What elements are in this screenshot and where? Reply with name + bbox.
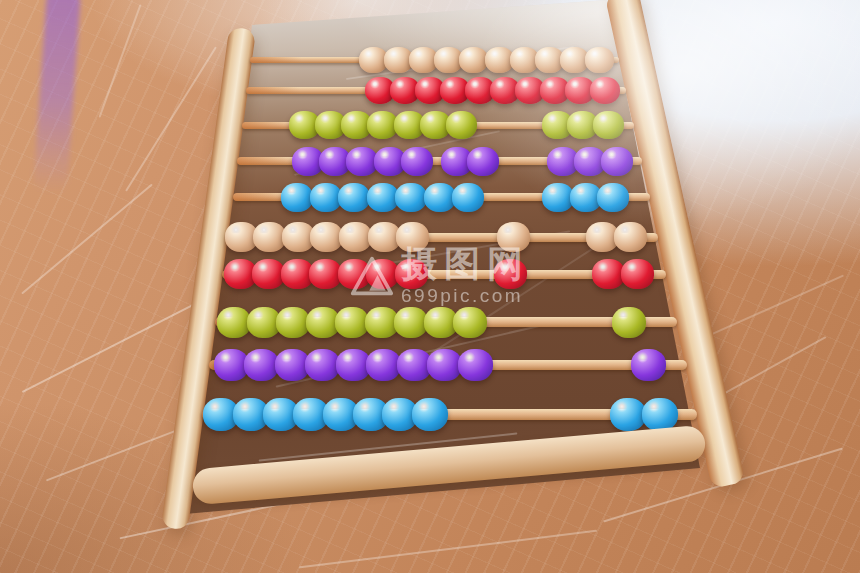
- bead-green: [453, 307, 487, 338]
- bead-purple: [244, 349, 279, 381]
- bead-green: [612, 307, 646, 338]
- bead-green: [217, 307, 251, 338]
- bead-blue: [610, 398, 646, 431]
- bead-blue: [395, 183, 427, 212]
- bead-blue: [338, 183, 370, 212]
- abacus-photo-scene: 摄图网 699pic.com: [0, 0, 860, 573]
- bead-purple: [458, 349, 493, 381]
- bead-blue: [597, 183, 629, 212]
- bead-red: [590, 77, 620, 104]
- bead-red: [395, 259, 428, 289]
- bead-tan: [614, 222, 647, 252]
- bead-blue: [412, 398, 448, 431]
- bead-green: [394, 307, 428, 338]
- bead-purple: [467, 147, 499, 176]
- bead-blue: [452, 183, 484, 212]
- bead-blue: [642, 398, 678, 431]
- bead-green: [335, 307, 369, 338]
- bead-purple: [427, 349, 462, 381]
- bead-red: [494, 259, 527, 289]
- bead-red: [621, 259, 654, 289]
- bead-purple: [305, 349, 340, 381]
- bead-purple: [401, 147, 433, 176]
- bead-blue: [281, 183, 313, 212]
- bead-purple: [366, 349, 401, 381]
- bead-green: [593, 111, 624, 139]
- bead-tan: [585, 47, 614, 73]
- bead-purple: [631, 349, 666, 381]
- bead-green: [446, 111, 477, 139]
- bead-tan: [396, 222, 429, 252]
- bead-tan: [459, 47, 488, 73]
- bead-green: [276, 307, 310, 338]
- bead-purple: [601, 147, 633, 176]
- bead-tan: [497, 222, 530, 252]
